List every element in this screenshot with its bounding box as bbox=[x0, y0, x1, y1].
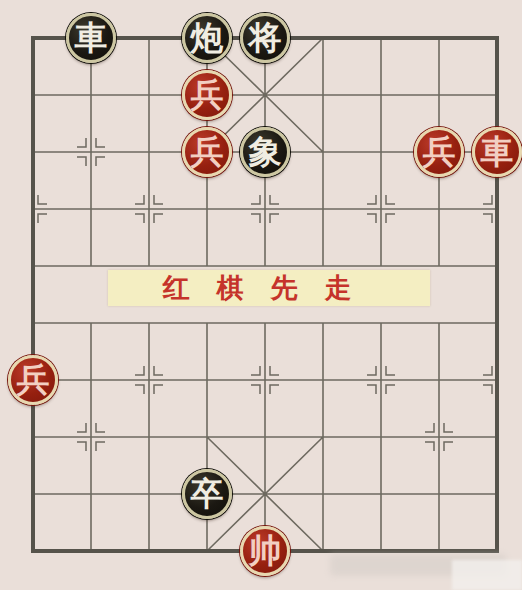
black-elephant[interactable]: 象 bbox=[240, 127, 290, 177]
black-cannon-glyph: 炮 bbox=[191, 21, 224, 54]
watermark-corner bbox=[452, 560, 522, 590]
red-soldier[interactable]: 兵 bbox=[182, 70, 232, 120]
red-moves-first-banner: 红棋先走 bbox=[108, 270, 430, 306]
black-chariot[interactable]: 車 bbox=[66, 13, 116, 63]
black-soldier[interactable]: 卒 bbox=[182, 469, 232, 519]
red-general-glyph: 帅 bbox=[249, 534, 282, 567]
red-chariot[interactable]: 車 bbox=[472, 127, 522, 177]
black-general-glyph: 将 bbox=[249, 21, 282, 54]
red-general[interactable]: 帅 bbox=[240, 526, 290, 576]
red-soldier[interactable]: 兵 bbox=[8, 355, 58, 405]
red-soldier-glyph: 兵 bbox=[423, 135, 456, 168]
red-soldier-glyph: 兵 bbox=[17, 363, 50, 396]
banner-text: 红棋先走 bbox=[163, 270, 379, 306]
black-cannon[interactable]: 炮 bbox=[182, 13, 232, 63]
black-elephant-glyph: 象 bbox=[249, 135, 282, 168]
red-soldier-glyph: 兵 bbox=[191, 78, 224, 111]
red-soldier[interactable]: 兵 bbox=[414, 127, 464, 177]
black-soldier-glyph: 卒 bbox=[191, 477, 224, 510]
black-general[interactable]: 将 bbox=[240, 13, 290, 63]
red-soldier-glyph: 兵 bbox=[191, 135, 224, 168]
red-soldier[interactable]: 兵 bbox=[182, 127, 232, 177]
black-chariot-glyph: 車 bbox=[75, 21, 108, 54]
red-chariot-glyph: 車 bbox=[481, 135, 514, 168]
xiangqi-screenshot: 車炮将兵兵象兵車兵卒帅 红棋先走 bbox=[0, 0, 522, 590]
